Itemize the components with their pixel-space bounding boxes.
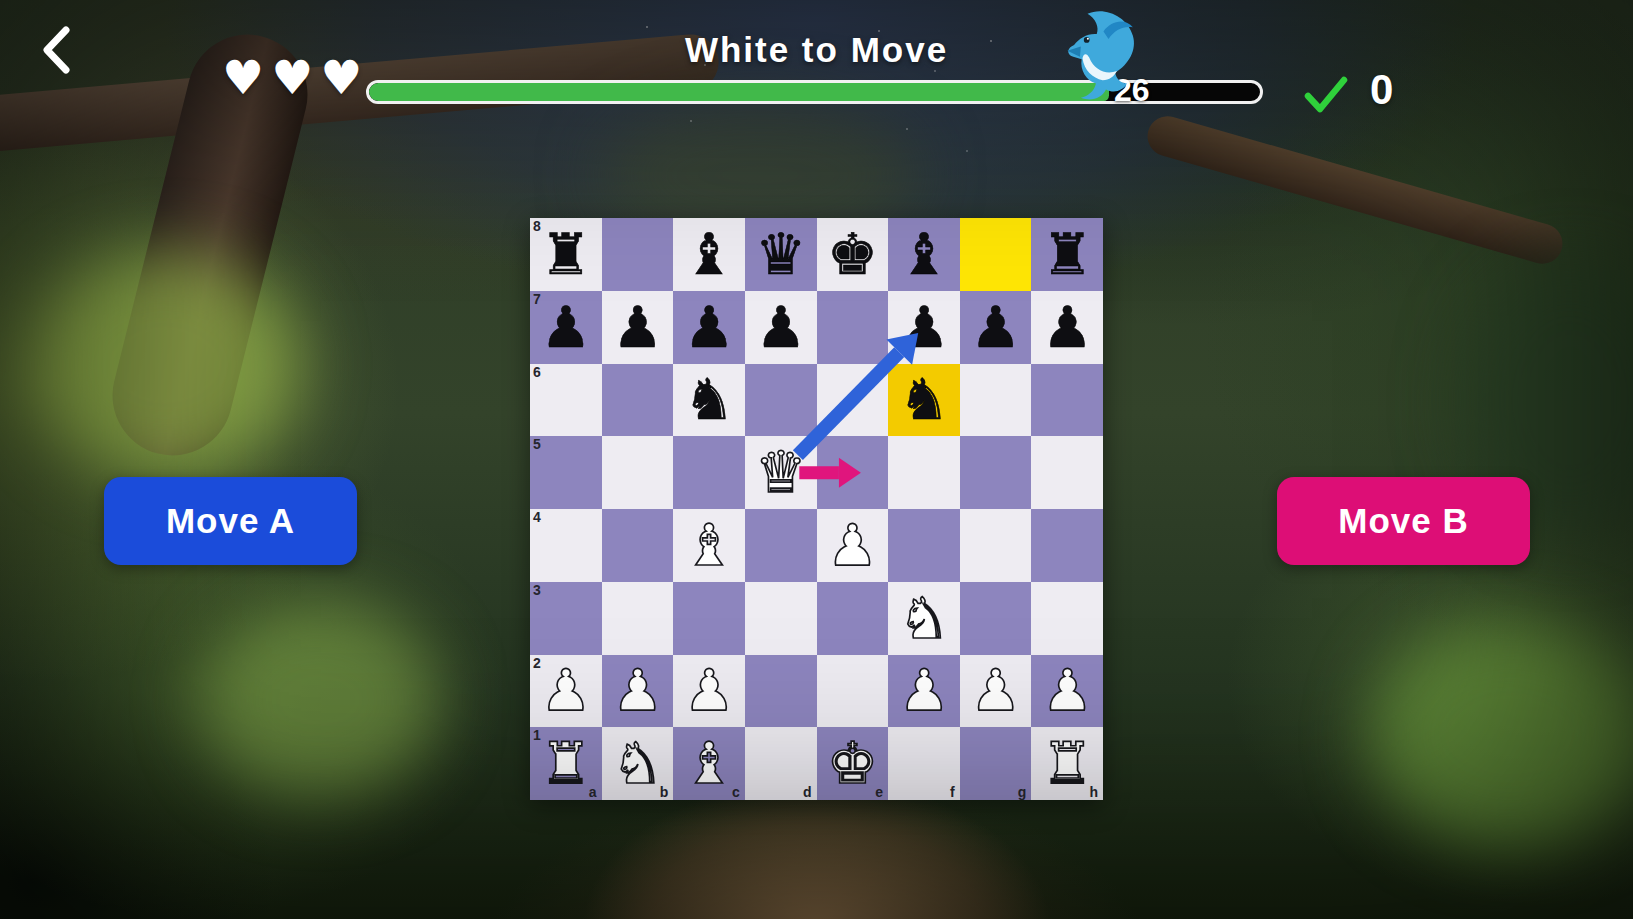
piece-black-knight: ♞ (898, 371, 949, 428)
piece-white-knight: ♞ (612, 735, 663, 792)
square-g5 (960, 436, 1032, 509)
foliage-highlight (30, 250, 300, 480)
piece-black-pawn: ♟ (540, 299, 591, 356)
piece-white-pawn: ♟ (612, 662, 663, 719)
rank-label-3: 3 (533, 583, 541, 597)
file-label-h: h (1089, 785, 1098, 799)
square-c6: ♞ (673, 364, 745, 437)
square-c5 (673, 436, 745, 509)
square-b2: ♟ (602, 655, 674, 728)
square-g6 (960, 364, 1032, 437)
square-e6 (817, 364, 889, 437)
file-label-c: c (732, 785, 740, 799)
square-b3 (602, 582, 674, 655)
piece-white-pawn: ♟ (827, 517, 878, 574)
square-h1: h♜ (1031, 727, 1103, 800)
foliage-highlight (1370, 620, 1633, 850)
square-c7: ♟ (673, 291, 745, 364)
square-d7: ♟ (745, 291, 817, 364)
square-g8 (960, 218, 1032, 291)
piece-white-pawn: ♟ (1042, 662, 1093, 719)
square-b7: ♟ (602, 291, 674, 364)
file-label-f: f (950, 785, 955, 799)
night-sky-stars (0, 0, 2, 2)
square-h7: ♟ (1031, 291, 1103, 364)
piece-white-pawn: ♟ (898, 662, 949, 719)
square-e2 (817, 655, 889, 728)
square-a4: 4 (530, 509, 602, 582)
square-d8: ♛ (745, 218, 817, 291)
progress-bar-fill (369, 83, 1109, 101)
square-c2: ♟ (673, 655, 745, 728)
square-d5: ♛ (745, 436, 817, 509)
square-f5 (888, 436, 960, 509)
square-a3: 3 (530, 582, 602, 655)
square-f2: ♟ (888, 655, 960, 728)
piece-black-pawn: ♟ (612, 299, 663, 356)
square-h6 (1031, 364, 1103, 437)
foliage-highlight (200, 600, 440, 800)
square-h2: ♟ (1031, 655, 1103, 728)
rank-label-7: 7 (533, 292, 541, 306)
square-f8: ♝ (888, 218, 960, 291)
square-g3 (960, 582, 1032, 655)
square-f4 (888, 509, 960, 582)
file-label-g: g (1018, 785, 1027, 799)
chess-board: 8♜♝♛♚♝♜7♟♟♟♟♟♟♟6♞♞5♛4♝♟3♞2♟♟♟♟♟♟1a♜b♞c♝d… (530, 218, 1103, 800)
square-h8: ♜ (1031, 218, 1103, 291)
piece-white-king: ♚ (827, 735, 878, 792)
score-value: 0 (1370, 68, 1393, 112)
piece-black-king: ♚ (827, 226, 878, 283)
square-a5: 5 (530, 436, 602, 509)
piece-white-rook: ♜ (1042, 735, 1093, 792)
square-e4: ♟ (817, 509, 889, 582)
piece-black-pawn: ♟ (755, 299, 806, 356)
move-a-button[interactable]: Move A (104, 477, 357, 565)
checkmark-icon (1304, 76, 1348, 116)
piece-black-pawn: ♟ (1042, 299, 1093, 356)
file-label-d: d (803, 785, 812, 799)
rank-label-2: 2 (533, 656, 541, 670)
square-g2: ♟ (960, 655, 1032, 728)
piece-black-knight: ♞ (684, 371, 735, 428)
square-g4 (960, 509, 1032, 582)
square-d4 (745, 509, 817, 582)
square-g7: ♟ (960, 291, 1032, 364)
square-e5 (817, 436, 889, 509)
piece-black-queen: ♛ (755, 226, 806, 283)
piece-black-rook: ♜ (540, 226, 591, 283)
square-f1: f (888, 727, 960, 800)
score-counter: 0 (1304, 64, 1393, 116)
piece-white-queen: ♛ (755, 444, 806, 501)
square-h5 (1031, 436, 1103, 509)
square-e3 (817, 582, 889, 655)
piece-black-pawn: ♟ (684, 299, 735, 356)
piece-white-bishop: ♝ (684, 517, 735, 574)
dolphin-icon (1064, 6, 1148, 104)
piece-black-bishop: ♝ (898, 226, 949, 283)
square-b5 (602, 436, 674, 509)
dolphin-eye (1084, 37, 1090, 43)
square-a1: 1a♜ (530, 727, 602, 800)
piece-white-rook: ♜ (540, 735, 591, 792)
square-d1: d (745, 727, 817, 800)
piece-black-bishop: ♝ (684, 226, 735, 283)
piece-white-pawn: ♟ (540, 662, 591, 719)
square-h3 (1031, 582, 1103, 655)
rank-label-4: 4 (533, 510, 541, 524)
file-label-b: b (660, 785, 669, 799)
piece-white-bishop: ♝ (684, 735, 735, 792)
piece-white-knight: ♞ (898, 590, 949, 647)
square-a6: 6 (530, 364, 602, 437)
square-c3 (673, 582, 745, 655)
rank-label-8: 8 (533, 219, 541, 233)
piece-white-pawn: ♟ (684, 662, 735, 719)
rank-label-1: 1 (533, 728, 541, 742)
square-a8: 8♜ (530, 218, 602, 291)
piece-black-pawn: ♟ (970, 299, 1021, 356)
square-b1: b♞ (602, 727, 674, 800)
square-b8 (602, 218, 674, 291)
file-label-a: a (589, 785, 597, 799)
square-a2: 2♟ (530, 655, 602, 728)
tree-branch-right (1143, 112, 1567, 269)
square-d6 (745, 364, 817, 437)
square-f6: ♞ (888, 364, 960, 437)
file-label-e: e (875, 785, 883, 799)
piece-white-pawn: ♟ (970, 662, 1021, 719)
square-g1: g (960, 727, 1032, 800)
piece-black-rook: ♜ (1042, 226, 1093, 283)
square-c4: ♝ (673, 509, 745, 582)
move-b-button[interactable]: Move B (1277, 477, 1530, 565)
square-d2 (745, 655, 817, 728)
square-e1: e♚ (817, 727, 889, 800)
rank-label-5: 5 (533, 437, 541, 451)
square-b6 (602, 364, 674, 437)
square-e7 (817, 291, 889, 364)
piece-black-pawn: ♟ (898, 299, 949, 356)
rank-label-6: 6 (533, 365, 541, 379)
square-e8: ♚ (817, 218, 889, 291)
square-d3 (745, 582, 817, 655)
square-c1: c♝ (673, 727, 745, 800)
square-c8: ♝ (673, 218, 745, 291)
square-b4 (602, 509, 674, 582)
square-f7: ♟ (888, 291, 960, 364)
square-f3: ♞ (888, 582, 960, 655)
square-a7: 7♟ (530, 291, 602, 364)
square-h4 (1031, 509, 1103, 582)
